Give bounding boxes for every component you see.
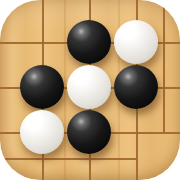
black-stone[interactable] xyxy=(67,110,111,154)
grid-line-vertical-4 xyxy=(163,0,165,133)
black-stone[interactable] xyxy=(114,65,158,109)
white-stone[interactable] xyxy=(67,65,111,109)
white-stone[interactable] xyxy=(20,110,64,154)
black-stone[interactable] xyxy=(20,65,64,109)
white-stone[interactable] xyxy=(114,20,158,64)
wood-seam xyxy=(64,0,66,180)
grid-line-horizontal-4 xyxy=(0,158,137,160)
black-stone[interactable] xyxy=(67,20,111,64)
go-board xyxy=(0,0,180,180)
